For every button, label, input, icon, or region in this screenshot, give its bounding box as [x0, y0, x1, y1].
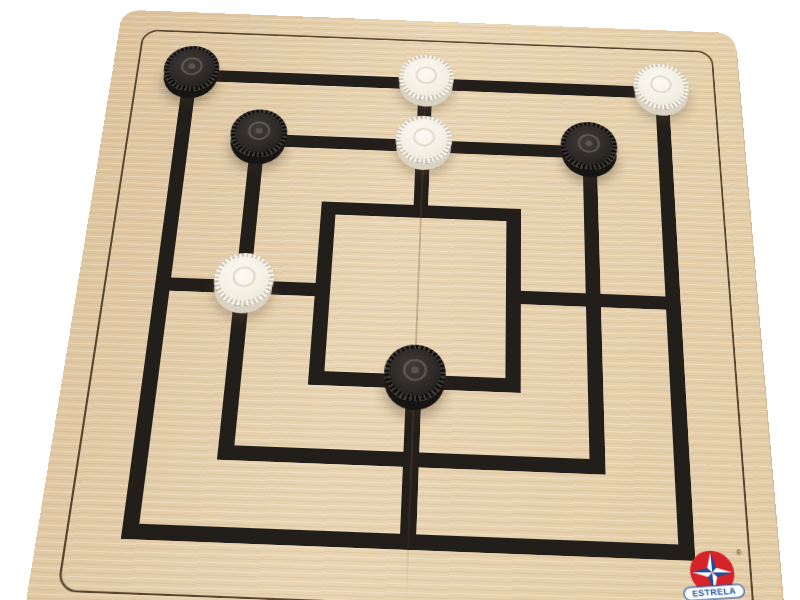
product-photo-stage: ® ESTRELA	[0, 0, 800, 600]
nine-mens-morris-board[interactable]: ® ESTRELA	[23, 10, 787, 600]
pieces-layer	[122, 10, 734, 34]
